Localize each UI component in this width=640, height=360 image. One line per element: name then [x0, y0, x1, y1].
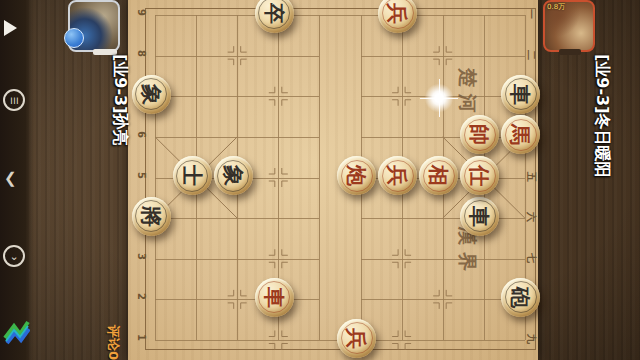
- red-piece-車[interactable]: 車: [255, 278, 294, 317]
- black-file-label: 3: [136, 253, 147, 260]
- last-move-highlight: [424, 83, 454, 113]
- share-colored-icon[interactable]: [2, 316, 30, 346]
- black-file-label: 8: [136, 50, 147, 57]
- grid-line: [155, 56, 319, 57]
- back-chevron-icon[interactable]: ❮: [4, 169, 17, 187]
- grid-line: [155, 137, 319, 138]
- left-player-name: [业9-3]孙亮: [109, 54, 130, 146]
- black-file-label: 6: [136, 131, 147, 138]
- grid-line: [361, 218, 525, 219]
- red-file-label: 一: [524, 9, 538, 19]
- grid-line: [155, 299, 319, 300]
- grid-line: [319, 15, 320, 340]
- right-player-name: [业9-3]冬日暖阳: [591, 54, 612, 178]
- red-file-label: 五: [524, 172, 538, 182]
- grid-line: [361, 56, 525, 57]
- danmaku-circle-icon[interactable]: ☰: [3, 89, 25, 111]
- red-piece-仕[interactable]: 仕: [460, 156, 499, 195]
- grid-line: [155, 96, 319, 97]
- right-avatar-count-badge: 0.8万: [547, 2, 565, 12]
- black-piece-砲[interactable]: 砲: [501, 278, 540, 317]
- black-piece-車[interactable]: 車: [460, 197, 499, 236]
- red-file-label: 九: [524, 334, 538, 344]
- right-avatar-tab: [559, 49, 581, 55]
- red-piece-炮[interactable]: 炮: [337, 156, 376, 195]
- grid-line: [155, 259, 319, 260]
- black-file-label: 2: [136, 293, 147, 300]
- collapse-chevron-icon[interactable]: ⌄: [3, 245, 25, 267]
- grid-line: [361, 259, 525, 260]
- red-file-label: 七: [524, 253, 538, 263]
- black-piece-象[interactable]: 象: [132, 75, 171, 114]
- live-stream-frame: 楚河 漢界 987654321一二三四五六七八九 象將士象卒車車砲車炮兵兵兵相帥…: [0, 0, 640, 360]
- black-file-label: 5: [136, 172, 147, 179]
- live-play-icon[interactable]: [4, 20, 17, 36]
- grid-line: [155, 15, 525, 16]
- black-piece-象[interactable]: 象: [214, 156, 253, 195]
- black-piece-車[interactable]: 車: [501, 75, 540, 114]
- black-file-label: 9: [136, 9, 147, 16]
- red-piece-兵[interactable]: 兵: [337, 319, 376, 358]
- xiangqi-board: 楚河 漢界 987654321一二三四五六七八九 象將士象卒車車砲車炮兵兵兵相帥…: [128, 0, 538, 360]
- left-avatar-level-badge: [64, 28, 84, 48]
- river-text-chu-he: 楚河: [454, 68, 480, 120]
- red-file-label: 二: [524, 50, 538, 60]
- black-piece-將[interactable]: 將: [132, 197, 171, 236]
- comment-count-button[interactable]: 评论0: [104, 325, 122, 360]
- player-sidebar: ☰ ❮ ⌄: [0, 0, 34, 360]
- grid-line: [155, 218, 319, 219]
- black-piece-卒[interactable]: 卒: [255, 0, 294, 33]
- red-file-label: 六: [524, 212, 538, 222]
- red-piece-帥[interactable]: 帥: [460, 115, 499, 154]
- black-file-label: 1: [136, 334, 147, 341]
- black-piece-士[interactable]: 士: [173, 156, 212, 195]
- red-piece-兵[interactable]: 兵: [378, 156, 417, 195]
- red-piece-相[interactable]: 相: [419, 156, 458, 195]
- red-piece-馬[interactable]: 馬: [501, 115, 540, 154]
- red-piece-兵[interactable]: 兵: [378, 0, 417, 33]
